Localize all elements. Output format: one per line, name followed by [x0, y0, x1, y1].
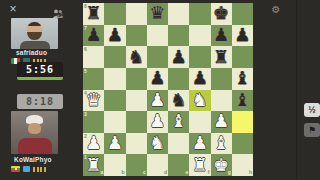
square-g3[interactable]: ♟: [211, 111, 232, 133]
square-g5[interactable]: [211, 68, 232, 90]
rank-label: 3: [84, 112, 87, 117]
square-d3[interactable]: ♟: [147, 111, 168, 133]
square-b1[interactable]: b: [104, 154, 125, 176]
file-label: e: [185, 170, 188, 175]
piece-black-pawn[interactable]: ♟: [149, 69, 165, 87]
piece-black-pawn[interactable]: ♟: [192, 69, 208, 87]
white-player-badges: [11, 166, 47, 172]
panel-divider: [296, 0, 297, 180]
piece-black-pawn[interactable]: ♟: [234, 26, 250, 44]
black-player-clock: 5:56: [17, 62, 63, 77]
chess-board[interactable]: 8♜♛♚7♟♟♟♟6♞♟♜5♟♟♝4♛♟♞♞♝3♟♝♟2♟♟♞♟♝1a♜bcde…: [83, 3, 253, 176]
resign-flag-icon[interactable]: ⚑: [304, 123, 320, 137]
piece-white-pawn[interactable]: ♟: [149, 91, 165, 109]
square-a5[interactable]: 5: [83, 68, 104, 90]
piece-white-pawn[interactable]: ♟: [86, 134, 102, 152]
rank-label: 5: [84, 69, 87, 74]
piece-white-knight[interactable]: ♞: [149, 134, 165, 152]
avatar-photo: [27, 22, 42, 40]
square-e5[interactable]: [168, 68, 189, 90]
file-label: f: [208, 170, 210, 175]
square-b6[interactable]: [104, 46, 125, 68]
square-h6[interactable]: [232, 46, 253, 68]
square-h4[interactable]: ♝: [232, 90, 253, 112]
offer-draw-button[interactable]: ½: [304, 103, 320, 117]
square-b8[interactable]: [104, 3, 125, 25]
square-e1[interactable]: e: [168, 154, 189, 176]
rank-label: 7: [84, 26, 87, 31]
square-f8[interactable]: [189, 3, 210, 25]
square-e4[interactable]: ♞: [168, 90, 189, 112]
square-c6[interactable]: ♞: [126, 46, 147, 68]
piece-black-knight[interactable]: ♞: [128, 48, 144, 66]
rank-label: 8: [84, 4, 87, 9]
square-a8[interactable]: 8♜: [83, 3, 104, 25]
piece-white-pawn[interactable]: ♟: [149, 112, 165, 130]
square-g7[interactable]: ♟: [211, 25, 232, 47]
square-g6[interactable]: ♜: [211, 46, 232, 68]
piece-white-knight[interactable]: ♞: [192, 91, 208, 109]
piece-white-pawn[interactable]: ♟: [213, 112, 229, 130]
piece-white-queen[interactable]: ♛: [86, 91, 102, 109]
square-h2[interactable]: [232, 133, 253, 155]
square-b7[interactable]: ♟: [104, 25, 125, 47]
piece-black-bishop[interactable]: ♝: [234, 69, 250, 87]
square-f2[interactable]: ♟: [189, 133, 210, 155]
file-label: a: [100, 170, 103, 175]
square-g4[interactable]: [211, 90, 232, 112]
square-d1[interactable]: d: [147, 154, 168, 176]
piece-black-queen[interactable]: ♛: [149, 4, 165, 22]
square-d4[interactable]: ♟: [147, 90, 168, 112]
square-e8[interactable]: [168, 3, 189, 25]
rank-label: 6: [84, 47, 87, 52]
square-e3[interactable]: ♝: [168, 111, 189, 133]
square-e6[interactable]: ♟: [168, 46, 189, 68]
piece-black-rook[interactable]: ♜: [213, 48, 229, 66]
square-c8[interactable]: [126, 3, 147, 25]
piece-black-rook[interactable]: ♜: [86, 4, 102, 22]
square-h7[interactable]: ♟: [232, 25, 253, 47]
square-c4[interactable]: [126, 90, 147, 112]
square-d6[interactable]: [147, 46, 168, 68]
avatar-white-player[interactable]: [11, 111, 58, 154]
file-label: d: [164, 170, 167, 175]
piece-white-rook[interactable]: ♜: [86, 156, 102, 174]
square-e7[interactable]: [168, 25, 189, 47]
piece-white-pawn[interactable]: ♟: [107, 134, 123, 152]
square-f4[interactable]: ♞: [189, 90, 210, 112]
square-e2[interactable]: [168, 133, 189, 155]
square-b2[interactable]: ♟: [104, 133, 125, 155]
white-player-name[interactable]: KoWaiPhyo: [14, 156, 74, 163]
square-f3[interactable]: [189, 111, 210, 133]
piece-white-rook[interactable]: ♜: [192, 156, 208, 174]
square-a4[interactable]: 4♛: [83, 90, 104, 112]
square-g8[interactable]: ♚: [211, 3, 232, 25]
square-h8[interactable]: [232, 3, 253, 25]
myanmar-flag-icon: [11, 166, 20, 172]
piece-black-pawn[interactable]: ♟: [107, 26, 123, 44]
piece-black-king[interactable]: ♚: [213, 4, 229, 22]
square-f1[interactable]: f♜: [189, 154, 210, 176]
piece-white-bishop[interactable]: ♝: [171, 112, 187, 130]
square-f7[interactable]: [189, 25, 210, 47]
square-c7[interactable]: [126, 25, 147, 47]
rank-label: 4: [84, 91, 87, 96]
square-b5[interactable]: [104, 68, 125, 90]
square-b4[interactable]: [104, 90, 125, 112]
square-g1[interactable]: g♚: [211, 154, 232, 176]
square-d5[interactable]: ♟: [147, 68, 168, 90]
piece-white-pawn[interactable]: ♟: [192, 134, 208, 152]
square-a1[interactable]: 1a♜: [83, 154, 104, 176]
file-label: c: [143, 170, 146, 175]
square-a3[interactable]: 3: [83, 111, 104, 133]
piece-white-bishop[interactable]: ♝: [213, 134, 229, 152]
file-label: g: [228, 170, 231, 175]
black-player-name[interactable]: safriaduo: [16, 49, 76, 56]
premium-dots-icon: [33, 167, 47, 172]
square-d2[interactable]: ♞: [147, 133, 168, 155]
gear-icon[interactable]: ⚙: [270, 4, 282, 16]
square-d7[interactable]: [147, 25, 168, 47]
piece-black-bishop[interactable]: ♝: [234, 91, 250, 109]
piece-black-pawn[interactable]: ♟: [213, 26, 229, 44]
file-label: b: [121, 170, 124, 175]
square-f6[interactable]: [189, 46, 210, 68]
square-a6[interactable]: 6: [83, 46, 104, 68]
avatar-black-player[interactable]: [11, 18, 58, 49]
rank-label: 2: [84, 134, 87, 139]
square-d8[interactable]: ♛: [147, 3, 168, 25]
square-c3[interactable]: [126, 111, 147, 133]
square-c5[interactable]: [126, 68, 147, 90]
white-player-clock: 8:18: [17, 94, 63, 109]
square-c1[interactable]: c: [126, 154, 147, 176]
square-b3[interactable]: [104, 111, 125, 133]
square-c2[interactable]: [126, 133, 147, 155]
square-a2[interactable]: 2♟: [83, 133, 104, 155]
close-icon[interactable]: ×: [7, 4, 19, 16]
active-time-bar: [17, 77, 63, 80]
square-h3[interactable]: [232, 111, 253, 133]
piece-black-pawn[interactable]: ♟: [171, 48, 187, 66]
blue-badge-icon: [23, 166, 30, 172]
square-h5[interactable]: ♝: [232, 68, 253, 90]
square-a7[interactable]: 7♟: [83, 25, 104, 47]
piece-black-knight[interactable]: ♞: [171, 91, 187, 109]
square-g2[interactable]: ♝: [211, 133, 232, 155]
rank-label: 1: [84, 155, 87, 160]
piece-black-pawn[interactable]: ♟: [86, 26, 102, 44]
square-f5[interactable]: ♟: [189, 68, 210, 90]
square-h1[interactable]: h: [232, 154, 253, 176]
file-label: h: [249, 170, 252, 175]
